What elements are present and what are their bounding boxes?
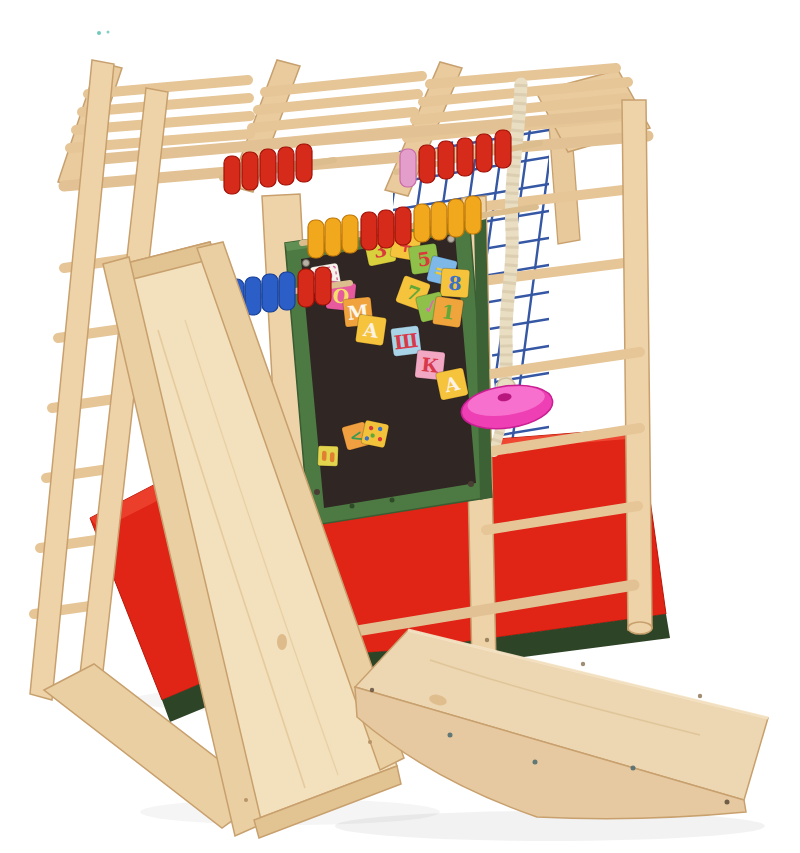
product-photo-stage: 3 + 5 = 8 7 ✓ 1 xyxy=(0,0,800,853)
photo-speck xyxy=(97,31,101,35)
magnet-8: 8 xyxy=(440,268,470,298)
svg-text:8: 8 xyxy=(448,272,463,295)
play-gym-illustration: 3 + 5 = 8 7 ✓ 1 xyxy=(0,0,800,853)
photo-speck xyxy=(107,31,110,34)
magnet-dots-card xyxy=(361,420,389,448)
magnet-letter-a1: А xyxy=(355,314,387,346)
magnet-figures-card xyxy=(318,446,339,467)
chalkboard: 3 + 5 = 8 7 ✓ 1 xyxy=(285,216,492,526)
magnet-letter-a2: А xyxy=(435,367,468,400)
svg-text:Ш: Ш xyxy=(393,329,420,354)
magnet-1: 1 xyxy=(432,296,464,328)
